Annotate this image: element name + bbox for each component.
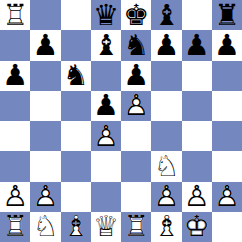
square-a2[interactable]: ♟♙ [0, 182, 30, 212]
square-h4[interactable] [212, 121, 242, 151]
square-c8[interactable] [61, 0, 91, 30]
white-rook[interactable]: ♜♖ [0, 212, 30, 242]
black-knight[interactable]: ♞ [121, 30, 151, 60]
white-knight[interactable]: ♞♘ [30, 212, 60, 242]
square-h7[interactable]: ♟ [212, 30, 242, 60]
black-pawn[interactable]: ♟ [91, 91, 121, 121]
square-h6[interactable] [212, 61, 242, 91]
square-h5[interactable] [212, 91, 242, 121]
square-b6[interactable] [30, 61, 60, 91]
white-pawn[interactable]: ♟♙ [121, 91, 151, 121]
white-rook[interactable]: ♜♖ [121, 212, 151, 242]
square-h8[interactable]: ♜ [212, 0, 242, 30]
white-queen-outline-glyph: ♕ [91, 212, 121, 242]
black-pawn-glyph: ♟ [212, 30, 242, 60]
square-e2[interactable] [121, 182, 151, 212]
square-c7[interactable] [61, 30, 91, 60]
square-b7[interactable]: ♟ [30, 30, 60, 60]
square-f3[interactable]: ♞♘ [151, 151, 181, 181]
square-b2[interactable]: ♟♙ [30, 182, 60, 212]
square-c4[interactable] [61, 121, 91, 151]
white-pawn[interactable]: ♟♙ [151, 182, 181, 212]
square-d1[interactable]: ♛♕ [91, 212, 121, 242]
black-bishop[interactable]: ♝ [91, 30, 121, 60]
black-pawn[interactable]: ♟ [0, 61, 30, 91]
white-king-outline-glyph: ♔ [182, 212, 212, 242]
square-a1[interactable]: ♜♖ [0, 212, 30, 242]
square-e1[interactable]: ♜♖ [121, 212, 151, 242]
square-e6[interactable]: ♟ [121, 61, 151, 91]
square-b4[interactable] [30, 121, 60, 151]
white-pawn-outline-glyph: ♙ [0, 182, 30, 212]
square-g5[interactable] [182, 91, 212, 121]
square-c3[interactable] [61, 151, 91, 181]
square-f5[interactable] [151, 91, 181, 121]
white-bishop-outline-glyph: ♗ [151, 212, 181, 242]
white-pawn-outline-glyph: ♙ [121, 91, 151, 121]
white-pawn-outline-glyph: ♙ [182, 182, 212, 212]
black-knight[interactable]: ♞ [61, 61, 91, 91]
black-pawn[interactable]: ♟ [212, 30, 242, 60]
white-pawn-outline-glyph: ♙ [212, 182, 242, 212]
white-bishop[interactable]: ♝♗ [151, 212, 181, 242]
black-rook[interactable]: ♜ [212, 0, 242, 30]
square-g6[interactable] [182, 61, 212, 91]
square-c5[interactable] [61, 91, 91, 121]
black-king-glyph: ♚ [121, 0, 151, 30]
white-rook-outline-glyph: ♖ [0, 212, 30, 242]
white-knight[interactable]: ♞♘ [151, 151, 181, 181]
square-d3[interactable] [91, 151, 121, 181]
black-pawn-glyph: ♟ [30, 30, 60, 60]
square-g2[interactable]: ♟♙ [182, 182, 212, 212]
white-pawn[interactable]: ♟♙ [91, 121, 121, 151]
white-queen[interactable]: ♛♕ [91, 212, 121, 242]
square-g1[interactable]: ♚♔ [182, 212, 212, 242]
square-f8[interactable]: ♝ [151, 0, 181, 30]
black-pawn[interactable]: ♟ [30, 30, 60, 60]
black-pawn-glyph: ♟ [0, 61, 30, 91]
white-pawn-outline-glyph: ♙ [151, 182, 181, 212]
white-pawn-outline-glyph: ♙ [30, 182, 60, 212]
square-a4[interactable] [0, 121, 30, 151]
square-a3[interactable] [0, 151, 30, 181]
square-b5[interactable] [30, 91, 60, 121]
black-pawn[interactable]: ♟ [121, 61, 151, 91]
square-e5[interactable]: ♟♙ [121, 91, 151, 121]
white-pawn[interactable]: ♟♙ [182, 182, 212, 212]
square-f7[interactable]: ♟ [151, 30, 181, 60]
square-h2[interactable]: ♟♙ [212, 182, 242, 212]
black-bishop[interactable]: ♝ [151, 0, 181, 30]
chess-board: ♜♖♛♚♝♜♟♝♞♟♟♟♟♞♟♟♟♙♟♙♞♘♟♙♟♙♟♙♟♙♟♙♜♖♞♘♝♗♛♕… [0, 0, 242, 242]
white-knight-outline-glyph: ♘ [30, 212, 60, 242]
white-bishop-outline-glyph: ♗ [61, 212, 91, 242]
square-g4[interactable] [182, 121, 212, 151]
black-king[interactable]: ♚ [121, 0, 151, 30]
square-e7[interactable]: ♞ [121, 30, 151, 60]
white-rook-outline-glyph: ♖ [121, 212, 151, 242]
white-pawn[interactable]: ♟♙ [212, 182, 242, 212]
black-pawn-glyph: ♟ [182, 30, 212, 60]
white-rook-outline-glyph: ♖ [0, 0, 30, 30]
black-pawn[interactable]: ♟ [151, 30, 181, 60]
black-pawn-glyph: ♟ [121, 61, 151, 91]
black-pawn[interactable]: ♟ [182, 30, 212, 60]
square-f4[interactable] [151, 121, 181, 151]
square-h3[interactable] [212, 151, 242, 181]
white-knight-outline-glyph: ♘ [151, 151, 181, 181]
square-f6[interactable] [151, 61, 181, 91]
black-rook-glyph: ♜ [212, 0, 242, 30]
square-g3[interactable] [182, 151, 212, 181]
black-pawn-glyph: ♟ [91, 91, 121, 121]
square-c2[interactable] [61, 182, 91, 212]
chess-app: ♜♖♛♚♝♜♟♝♞♟♟♟♟♞♟♟♟♙♟♙♞♘♟♙♟♙♟♙♟♙♟♙♜♖♞♘♝♗♛♕… [0, 0, 242, 242]
square-g7[interactable]: ♟ [182, 30, 212, 60]
square-d6[interactable] [91, 61, 121, 91]
white-pawn[interactable]: ♟♙ [30, 182, 60, 212]
square-c1[interactable]: ♝♗ [61, 212, 91, 242]
white-rook[interactable]: ♜♖ [0, 0, 30, 30]
square-e3[interactable] [121, 151, 151, 181]
square-b8[interactable] [30, 0, 60, 30]
white-king[interactable]: ♚♔ [182, 212, 212, 242]
black-queen[interactable]: ♛ [91, 0, 121, 30]
black-bishop-glyph: ♝ [151, 0, 181, 30]
white-pawn-outline-glyph: ♙ [91, 121, 121, 151]
square-g8[interactable] [182, 0, 212, 30]
white-pawn[interactable]: ♟♙ [0, 182, 30, 212]
black-bishop-glyph: ♝ [91, 30, 121, 60]
black-knight-glyph: ♞ [61, 61, 91, 91]
square-e4[interactable] [121, 121, 151, 151]
square-a5[interactable] [0, 91, 30, 121]
square-c6[interactable]: ♞ [61, 61, 91, 91]
square-d8[interactable]: ♛ [91, 0, 121, 30]
white-bishop[interactable]: ♝♗ [61, 212, 91, 242]
black-pawn-glyph: ♟ [151, 30, 181, 60]
black-queen-glyph: ♛ [91, 0, 121, 30]
square-f1[interactable]: ♝♗ [151, 212, 181, 242]
square-a6[interactable]: ♟ [0, 61, 30, 91]
square-d2[interactable] [91, 182, 121, 212]
square-b1[interactable]: ♞♘ [30, 212, 60, 242]
square-f2[interactable]: ♟♙ [151, 182, 181, 212]
square-a7[interactable] [0, 30, 30, 60]
square-d4[interactable]: ♟♙ [91, 121, 121, 151]
square-b3[interactable] [30, 151, 60, 181]
square-a8[interactable]: ♜♖ [0, 0, 30, 30]
square-e8[interactable]: ♚ [121, 0, 151, 30]
square-d7[interactable]: ♝ [91, 30, 121, 60]
square-d5[interactable]: ♟ [91, 91, 121, 121]
black-knight-glyph: ♞ [121, 30, 151, 60]
square-h1[interactable] [212, 212, 242, 242]
